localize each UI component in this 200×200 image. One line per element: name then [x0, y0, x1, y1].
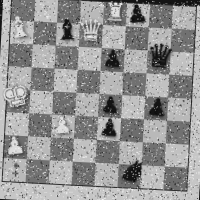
square-b6[interactable]	[32, 44, 56, 68]
piece-black-pawn-g4[interactable]: ♟	[140, 93, 174, 121]
piece-black-queen-g6[interactable]: ♛	[138, 38, 182, 75]
square-h5[interactable]	[168, 75, 192, 99]
piece-black-pawn-e3[interactable]: ♟	[93, 115, 126, 141]
file-label-h: H	[173, 196, 177, 200]
compass-rose-icon: ◈ +	[5, 159, 27, 180]
piece-black-pawn-f8[interactable]: ♟	[120, 0, 154, 27]
piece-black-pawn-e6[interactable]: ♟	[97, 46, 129, 71]
file-label-g: G	[149, 195, 153, 200]
file-label-c: C	[57, 190, 61, 196]
board-photo: CHESS ♜♟♝♝♛♛♟♚♟♟♟♟♟♞ ABCDEFGH ◈ +	[0, 0, 200, 200]
square-h3[interactable]	[166, 121, 190, 145]
square-c5[interactable]	[53, 69, 77, 93]
file-label-d: D	[80, 191, 84, 197]
square-c6[interactable]	[55, 46, 79, 70]
square-h1[interactable]	[163, 166, 187, 190]
file-label-e: E	[104, 192, 107, 198]
square-d1[interactable]	[72, 162, 96, 186]
square-d2[interactable]	[73, 139, 97, 163]
square-h8[interactable]	[172, 6, 196, 30]
square-d5[interactable]	[76, 70, 100, 94]
piece-white-pawn-a2[interactable]: ♟	[0, 131, 32, 159]
square-a6[interactable]	[9, 43, 33, 67]
chess-board: CHESS ♜♟♝♝♛♛♟♚♟♟♟♟♟♞ ABCDEFGH ◈ +	[0, 0, 200, 200]
file-label-a: A	[11, 187, 15, 193]
square-h2[interactable]	[165, 144, 189, 168]
piece-white-pawn-c3[interactable]: ♟	[46, 113, 78, 138]
compass-bottom: +	[11, 168, 21, 178]
file-label-b: B	[34, 189, 38, 195]
piece-white-bishop-a7[interactable]: ♝	[0, 10, 40, 46]
square-c2[interactable]	[50, 137, 74, 161]
square-g3[interactable]	[143, 119, 167, 143]
playing-area: ♜♟♝♝♛♛♟♚♟♟♟♟♟♞	[2, 0, 197, 192]
square-c1[interactable]	[49, 160, 73, 184]
square-b1[interactable]	[26, 159, 50, 183]
piece-white-queen-d7[interactable]: ♛	[71, 15, 110, 46]
piece-white-king-a4[interactable]: ♚	[0, 73, 39, 116]
file-label-f: F	[127, 194, 130, 200]
